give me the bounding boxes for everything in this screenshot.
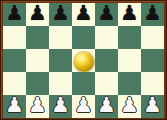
board-square-r5c7[interactable]: ♟: [141, 95, 164, 118]
gold-ball[interactable]: [74, 52, 94, 72]
white-pawn[interactable]: ♟: [28, 94, 47, 117]
white-pawn[interactable]: ♟: [143, 94, 162, 117]
board-square-r4c5[interactable]: [95, 72, 118, 95]
board-square-r2c2[interactable]: [26, 26, 49, 49]
board-square-r2c6[interactable]: [118, 26, 141, 49]
black-pawn[interactable]: ♟: [51, 2, 70, 25]
white-pawn[interactable]: ♟: [97, 94, 116, 117]
board-square-r5c3[interactable]: ♟: [49, 95, 72, 118]
chess-board: ♟♟♟♟♟♟♟♟♟♟♟♟♟♟: [3, 3, 164, 118]
board-square-r3c2[interactable]: [26, 49, 49, 72]
board-square-r4c6[interactable]: [118, 72, 141, 95]
board-square-r4c2[interactable]: [26, 72, 49, 95]
board-square-r3c4[interactable]: [72, 49, 95, 72]
board-square-r3c3[interactable]: [49, 49, 72, 72]
board-square-r1c5[interactable]: ♟: [95, 3, 118, 26]
black-pawn[interactable]: ♟: [120, 2, 139, 25]
board-square-r3c5[interactable]: [95, 49, 118, 72]
board-square-r1c4[interactable]: ♟: [72, 3, 95, 26]
board-square-r5c4[interactable]: ♟: [72, 95, 95, 118]
board-square-r2c1[interactable]: [3, 26, 26, 49]
board-square-r1c3[interactable]: ♟: [49, 3, 72, 26]
black-pawn[interactable]: ♟: [28, 2, 47, 25]
board-square-r1c6[interactable]: ♟: [118, 3, 141, 26]
board-square-r4c3[interactable]: [49, 72, 72, 95]
black-pawn[interactable]: ♟: [5, 2, 24, 25]
board-square-r5c6[interactable]: ♟: [118, 95, 141, 118]
board-square-r5c1[interactable]: ♟: [3, 95, 26, 118]
white-pawn[interactable]: ♟: [120, 94, 139, 117]
board-square-r2c7[interactable]: [141, 26, 164, 49]
board-square-r1c2[interactable]: ♟: [26, 3, 49, 26]
board-square-r3c7[interactable]: [141, 49, 164, 72]
board-square-r3c1[interactable]: [3, 49, 26, 72]
white-pawn[interactable]: ♟: [51, 94, 70, 117]
white-pawn[interactable]: ♟: [5, 94, 24, 117]
board-square-r4c1[interactable]: [3, 72, 26, 95]
board-square-r1c7[interactable]: ♟: [141, 3, 164, 26]
board-square-r2c5[interactable]: [95, 26, 118, 49]
white-pawn[interactable]: ♟: [74, 94, 93, 117]
board-square-r4c4[interactable]: [72, 72, 95, 95]
black-pawn[interactable]: ♟: [143, 2, 162, 25]
black-pawn[interactable]: ♟: [74, 2, 93, 25]
game-window: ♟♟♟♟♟♟♟♟♟♟♟♟♟♟: [0, 0, 167, 120]
board-square-r1c1[interactable]: ♟: [3, 3, 26, 26]
black-pawn[interactable]: ♟: [97, 2, 116, 25]
board-square-r5c2[interactable]: ♟: [26, 95, 49, 118]
board-square-r2c4[interactable]: [72, 26, 95, 49]
board-square-r4c7[interactable]: [141, 72, 164, 95]
board-square-r3c6[interactable]: [118, 49, 141, 72]
board-square-r2c3[interactable]: [49, 26, 72, 49]
board-square-r5c5[interactable]: ♟: [95, 95, 118, 118]
